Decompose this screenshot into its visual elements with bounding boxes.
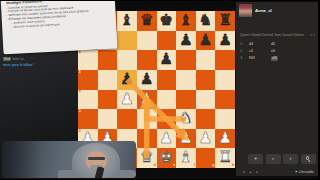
square-b6[interactable] bbox=[98, 50, 118, 70]
square-d4[interactable]: ♟ bbox=[137, 90, 157, 110]
piece-white-pawn[interactable]: ♟ bbox=[120, 92, 134, 108]
webcam-shadow bbox=[2, 141, 42, 178]
square-f3[interactable]: ♞ bbox=[176, 109, 196, 129]
square-e3[interactable] bbox=[157, 109, 177, 129]
rank-label: 2 bbox=[79, 130, 81, 134]
stream-frame: Stratégie d'ouverture : - Contrôler le c… bbox=[0, 0, 320, 180]
piece-black-bishop[interactable]: ♝ bbox=[179, 13, 193, 29]
square-g7[interactable]: ♟ bbox=[196, 31, 216, 51]
square-d7[interactable] bbox=[137, 31, 157, 51]
move-row: 2.c4e6 bbox=[240, 47, 314, 54]
piece-white-pawn[interactable]: ♟ bbox=[199, 131, 213, 147]
square-d2[interactable] bbox=[137, 129, 157, 149]
square-b4[interactable] bbox=[98, 90, 118, 110]
notes-card: Stratégie d'ouverture : - Contrôler le c… bbox=[1, 0, 118, 54]
nav-buttons: +‹› bbox=[248, 154, 316, 164]
analysis-panel: Anna_cl Queen's Gambit Declined: Semi-Ta… bbox=[236, 2, 318, 176]
square-h6[interactable] bbox=[215, 50, 235, 70]
square-h4[interactable] bbox=[215, 90, 235, 110]
brand-label: ⚑chessable bbox=[295, 170, 314, 174]
prev-move-button[interactable]: ‹ bbox=[266, 154, 281, 164]
piece-white-pawn[interactable]: ♟ bbox=[218, 131, 232, 147]
piece-white-king[interactable]: ♚ bbox=[159, 150, 173, 166]
file-label: e bbox=[173, 164, 175, 168]
file-label: f bbox=[194, 164, 195, 168]
square-d1[interactable]: ♛d bbox=[137, 148, 157, 168]
square-c6[interactable] bbox=[117, 50, 137, 70]
opening-name: Queen's Gambit Declined: Semi-Tarrasch D… bbox=[240, 33, 304, 37]
square-g8[interactable]: ♞ bbox=[196, 11, 216, 31]
search-button[interactable] bbox=[301, 154, 316, 164]
square-e2[interactable]: ♟ bbox=[157, 129, 177, 149]
square-e5[interactable] bbox=[157, 70, 177, 90]
panel-footer: ◄ ▲ ● ⚑chessable bbox=[236, 167, 318, 176]
square-a3[interactable]: 3 bbox=[78, 109, 98, 129]
square-f8[interactable]: ♝ bbox=[176, 11, 196, 31]
square-c4[interactable]: ♟ bbox=[117, 90, 137, 110]
square-e6[interactable]: ♟ bbox=[157, 50, 177, 70]
square-a5[interactable]: 5 bbox=[78, 70, 98, 90]
piece-black-pawn[interactable]: ♟ bbox=[159, 52, 173, 68]
piece-white-queen[interactable]: ♛ bbox=[140, 150, 154, 166]
move-number: 3. bbox=[240, 56, 249, 60]
video-frame-edge bbox=[0, 179, 320, 180]
move-number: 1. bbox=[240, 42, 249, 46]
chat-overlay: Mod bien vu merci pour le follow ! bbox=[3, 57, 75, 67]
panel-player-name: Anna_cl bbox=[255, 8, 272, 13]
piece-black-rook[interactable]: ♜ bbox=[218, 13, 232, 29]
square-d8[interactable]: ♛ bbox=[137, 11, 157, 31]
next-move-button[interactable]: › bbox=[283, 154, 298, 164]
panel-player-card[interactable]: Anna_cl bbox=[239, 4, 272, 17]
piece-white-pawn[interactable]: ♟ bbox=[159, 131, 173, 147]
piece-black-pawn[interactable]: ♟ bbox=[140, 72, 154, 88]
move-white[interactable]: Nf3 bbox=[249, 56, 271, 60]
square-d5[interactable]: ♟ bbox=[137, 70, 157, 90]
square-e8[interactable]: ♚ bbox=[157, 11, 177, 31]
piece-white-bishop[interactable]: ♝ bbox=[179, 150, 193, 166]
square-e4[interactable] bbox=[157, 90, 177, 110]
piece-black-pawn[interactable]: ♟ bbox=[120, 72, 134, 88]
notes-list: - Contrôler le centre en premier- Antici… bbox=[6, 1, 112, 30]
square-f5[interactable] bbox=[176, 70, 196, 90]
square-e7[interactable] bbox=[157, 31, 177, 51]
square-h7[interactable]: ♟ bbox=[215, 31, 235, 51]
piece-white-knight[interactable]: ♞ bbox=[179, 111, 193, 127]
mod-badge: Mod bbox=[3, 57, 11, 61]
piece-white-rook[interactable]: ♜ bbox=[218, 150, 232, 166]
square-e1[interactable]: ♚e bbox=[157, 148, 177, 168]
square-h5[interactable] bbox=[215, 70, 235, 90]
opening-menu-icons[interactable]: ≡ ˅ bbox=[310, 33, 315, 37]
square-h3[interactable] bbox=[215, 109, 235, 129]
chat-message: Mod bien vu bbox=[3, 57, 75, 61]
move-black[interactable]: d5 bbox=[271, 42, 293, 46]
piece-black-pawn[interactable]: ♟ bbox=[179, 33, 193, 49]
square-c7[interactable] bbox=[117, 31, 137, 51]
file-label: d bbox=[153, 164, 155, 168]
square-f2[interactable]: ♟ bbox=[176, 129, 196, 149]
streamer-glasses bbox=[88, 157, 105, 160]
move-row: 1.d4d5 bbox=[240, 40, 314, 47]
piece-white-pawn[interactable]: ♟ bbox=[140, 92, 154, 108]
move-number: 2. bbox=[240, 49, 249, 53]
move-row: 3.Nf3c5 bbox=[240, 55, 314, 62]
square-g4[interactable] bbox=[196, 90, 216, 110]
rank-label: 5 bbox=[79, 71, 81, 75]
square-f7[interactable]: ♟ bbox=[176, 31, 196, 51]
square-c3[interactable] bbox=[117, 109, 137, 129]
piece-black-queen[interactable]: ♛ bbox=[140, 13, 154, 29]
square-a4[interactable]: 4 bbox=[78, 90, 98, 110]
square-d6[interactable] bbox=[137, 50, 157, 70]
move-list[interactable]: 1.d4d52.c4e63.Nf3c5 bbox=[240, 40, 314, 62]
rank-label: 6 bbox=[79, 51, 81, 55]
piece-black-knight[interactable]: ♞ bbox=[199, 13, 213, 29]
square-g5[interactable] bbox=[196, 70, 216, 90]
square-f1[interactable]: ♝f bbox=[176, 148, 196, 168]
square-h2[interactable]: ♟ bbox=[215, 129, 235, 149]
square-c8[interactable]: ♝ bbox=[117, 11, 137, 31]
webcam-overlay bbox=[2, 141, 136, 178]
piece-black-pawn[interactable]: ♟ bbox=[218, 33, 232, 49]
flag-icon: ⚑ bbox=[295, 170, 298, 174]
move-black[interactable]: e6 bbox=[271, 49, 293, 53]
piece-white-pawn[interactable]: ♟ bbox=[179, 131, 193, 147]
file-label: h bbox=[232, 164, 234, 168]
panel-player-avatar bbox=[239, 4, 252, 17]
square-b3[interactable] bbox=[98, 109, 118, 129]
square-a6[interactable]: 6 bbox=[78, 50, 98, 70]
square-g1[interactable]: g bbox=[196, 148, 216, 168]
square-f6[interactable] bbox=[176, 50, 196, 70]
add-button[interactable]: + bbox=[248, 154, 263, 164]
chat-message-link[interactable]: merci pour le follow ! bbox=[3, 63, 75, 67]
square-h1[interactable]: ♜h bbox=[215, 148, 235, 168]
current-move-chip[interactable]: c5 bbox=[271, 56, 278, 61]
square-f4[interactable] bbox=[176, 90, 196, 110]
piece-black-bishop[interactable]: ♝ bbox=[120, 13, 134, 29]
search-icon bbox=[306, 156, 311, 161]
piece-black-pawn[interactable]: ♟ bbox=[199, 33, 213, 49]
square-d3[interactable] bbox=[137, 109, 157, 129]
square-b5[interactable] bbox=[98, 70, 118, 90]
move-black[interactable]: c5 bbox=[271, 56, 293, 61]
rank-label: 3 bbox=[79, 110, 81, 114]
chat-text: bien vu bbox=[13, 57, 24, 61]
file-label: g bbox=[212, 164, 214, 168]
rank-label: 4 bbox=[79, 90, 81, 94]
video-frame-edge bbox=[0, 0, 320, 1]
move-white[interactable]: c4 bbox=[249, 49, 271, 53]
square-g6[interactable] bbox=[196, 50, 216, 70]
square-c5[interactable]: ♟ bbox=[117, 70, 137, 90]
square-h8[interactable]: ♜ bbox=[215, 11, 235, 31]
audio-icons[interactable]: ◄ ▲ ● bbox=[242, 170, 260, 174]
square-g2[interactable]: ♟ bbox=[196, 129, 216, 149]
piece-black-king[interactable]: ♚ bbox=[159, 13, 173, 29]
move-white[interactable]: d4 bbox=[249, 42, 271, 46]
square-g3[interactable] bbox=[196, 109, 216, 129]
